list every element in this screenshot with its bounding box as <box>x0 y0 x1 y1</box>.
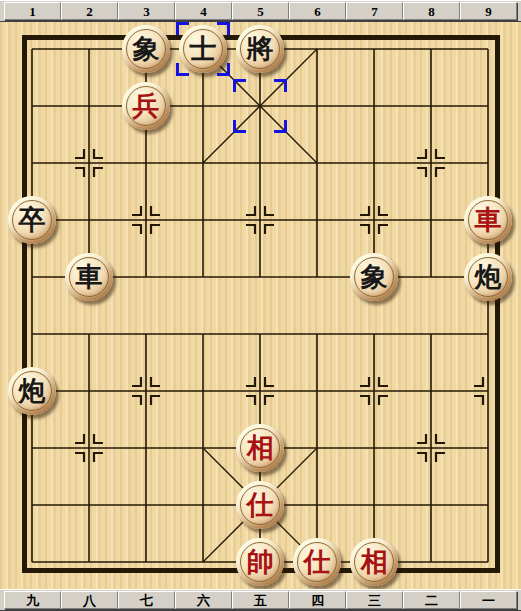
piece-glyph: 仕 <box>304 548 331 575</box>
piece-black-cannon[interactable]: 炮 <box>464 253 512 301</box>
file-labels-bottom: 九八七六五四三二一 <box>0 589 521 611</box>
piece-black-soldier[interactable]: 卒 <box>8 196 56 244</box>
piece-face: 仕 <box>240 485 280 525</box>
piece-face: 炮 <box>12 371 52 411</box>
piece-glyph: 兵 <box>133 92 160 119</box>
piece-black-general[interactable]: 將 <box>236 25 284 73</box>
coord-button-top-6[interactable]: 6 <box>289 2 346 20</box>
piece-glyph: 相 <box>247 434 274 461</box>
piece-black-chariot[interactable]: 車 <box>65 253 113 301</box>
coord-button-bottom-3[interactable]: 七 <box>118 591 175 609</box>
piece-face: 象 <box>354 257 394 297</box>
piece-black-elephant[interactable]: 象 <box>350 253 398 301</box>
piece-face: 相 <box>354 542 394 582</box>
coord-button-top-3[interactable]: 3 <box>118 2 175 20</box>
piece-face: 炮 <box>468 257 508 297</box>
piece-red-chariot[interactable]: 車 <box>464 196 512 244</box>
coord-button-top-8[interactable]: 8 <box>403 2 460 20</box>
piece-glyph: 仕 <box>247 491 274 518</box>
piece-glyph: 車 <box>76 263 103 290</box>
piece-red-advisor[interactable]: 仕 <box>236 481 284 529</box>
piece-glyph: 車 <box>475 206 502 233</box>
piece-glyph: 卒 <box>19 206 46 233</box>
coord-button-top-4[interactable]: 4 <box>175 2 232 20</box>
piece-face: 相 <box>240 428 280 468</box>
piece-black-advisor[interactable]: 士 <box>179 25 227 73</box>
coord-button-top-7[interactable]: 7 <box>346 2 403 20</box>
piece-glyph: 炮 <box>19 377 46 404</box>
piece-black-elephant[interactable]: 象 <box>122 25 170 73</box>
piece-face: 兵 <box>126 86 166 126</box>
xiangqi-app-window: 123456789 象士將兵卒車車象炮炮相仕帥仕相 九八七六五四三二一 <box>0 0 521 611</box>
coord-button-bottom-4[interactable]: 六 <box>175 591 232 609</box>
piece-red-advisor[interactable]: 仕 <box>293 538 341 586</box>
coord-button-bottom-2[interactable]: 八 <box>61 591 118 609</box>
piece-glyph: 士 <box>190 35 217 62</box>
coord-button-top-2[interactable]: 2 <box>61 2 118 20</box>
piece-face: 將 <box>240 29 280 69</box>
coord-button-bottom-1[interactable]: 九 <box>4 591 61 609</box>
piece-glyph: 象 <box>133 35 160 62</box>
coord-button-bottom-7[interactable]: 三 <box>346 591 403 609</box>
coord-button-bottom-8[interactable]: 二 <box>403 591 460 609</box>
coord-button-bottom-6[interactable]: 四 <box>289 591 346 609</box>
coord-button-bottom-9[interactable]: 一 <box>460 591 517 609</box>
piece-red-elephant[interactable]: 相 <box>350 538 398 586</box>
piece-black-cannon[interactable]: 炮 <box>8 367 56 415</box>
coord-button-top-5[interactable]: 5 <box>232 2 289 20</box>
coord-button-bottom-5[interactable]: 五 <box>232 591 289 609</box>
file-labels-top: 123456789 <box>0 0 521 22</box>
piece-face: 象 <box>126 29 166 69</box>
piece-glyph: 象 <box>361 263 388 290</box>
coord-button-top-9[interactable]: 9 <box>460 2 517 20</box>
piece-glyph: 炮 <box>475 263 502 290</box>
piece-face: 仕 <box>297 542 337 582</box>
piece-face: 帥 <box>240 542 280 582</box>
piece-red-soldier[interactable]: 兵 <box>122 82 170 130</box>
piece-face: 車 <box>468 200 508 240</box>
piece-red-elephant[interactable]: 相 <box>236 424 284 472</box>
piece-face: 卒 <box>12 200 52 240</box>
piece-glyph: 將 <box>247 35 274 62</box>
piece-face: 車 <box>69 257 109 297</box>
xiangqi-board[interactable]: 象士將兵卒車車象炮炮相仕帥仕相 <box>0 22 521 589</box>
piece-red-general[interactable]: 帥 <box>236 538 284 586</box>
piece-glyph: 帥 <box>247 548 274 575</box>
piece-face: 士 <box>183 29 223 69</box>
piece-glyph: 相 <box>361 548 388 575</box>
coord-button-top-1[interactable]: 1 <box>4 2 61 20</box>
